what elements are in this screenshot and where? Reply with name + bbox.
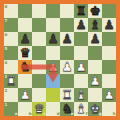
square-g3[interactable]: ♟ [88, 74, 102, 88]
square-a3[interactable]: 3♜ [4, 74, 18, 88]
square-g4[interactable] [88, 60, 102, 74]
square-e5[interactable] [60, 46, 74, 60]
square-g7[interactable]: ♝ [88, 18, 102, 32]
piece-white-pawn-d4[interactable]: ♟ [46, 60, 60, 74]
square-a6[interactable]: 6 [4, 32, 18, 46]
square-f5[interactable] [74, 46, 88, 60]
piece-black-knight-b4[interactable]: ♞ [18, 60, 32, 74]
square-b1[interactable]: b [18, 102, 32, 116]
piece-white-rook-e2[interactable]: ♜ [60, 88, 74, 102]
square-a7[interactable]: 7 [4, 18, 18, 32]
square-f2[interactable]: ♝ [74, 88, 88, 102]
piece-white-bishop-f2[interactable]: ♝ [74, 88, 88, 102]
square-g1[interactable]: g♚ [88, 102, 102, 116]
square-c4[interactable] [32, 60, 46, 74]
square-f3[interactable] [74, 74, 88, 88]
square-c8[interactable] [32, 4, 46, 18]
piece-black-bishop-g7[interactable]: ♝ [88, 18, 102, 32]
square-b8[interactable] [18, 4, 32, 18]
piece-white-rook-a3[interactable]: ♜ [4, 74, 18, 88]
square-b3[interactable] [18, 74, 32, 88]
square-c5[interactable] [32, 46, 46, 60]
piece-white-king-g1[interactable]: ♚ [88, 102, 102, 116]
piece-white-queen-c1[interactable]: ♛ [32, 102, 46, 116]
coord-rank-1: 1 [5, 103, 8, 107]
square-f6[interactable] [74, 32, 88, 46]
square-d5[interactable] [46, 46, 60, 60]
square-b5[interactable]: ♛ [18, 46, 32, 60]
coord-rank-5: 5 [5, 47, 8, 51]
square-f8[interactable]: ♜ [74, 4, 88, 18]
square-h8[interactable] [102, 4, 116, 18]
piece-black-queen-b5[interactable]: ♛ [18, 46, 32, 60]
square-e4[interactable]: ♟ [60, 60, 74, 74]
square-a5[interactable]: 5 [4, 46, 18, 60]
piece-black-pawn-f7[interactable]: ♟ [74, 18, 88, 32]
square-d3[interactable] [46, 74, 60, 88]
coord-rank-6: 6 [5, 33, 8, 37]
square-h7[interactable]: ♟ [102, 18, 116, 32]
square-h3[interactable] [102, 74, 116, 88]
square-d1[interactable]: d [46, 102, 60, 116]
coord-rank-8: 8 [5, 5, 8, 9]
piece-black-pawn-d6[interactable]: ♟ [46, 32, 60, 46]
coord-rank-7: 7 [5, 19, 8, 23]
square-g2[interactable] [88, 88, 102, 102]
square-e7[interactable] [60, 18, 74, 32]
chess-board: 8♜♚7♟♝♟6♟♟♟♟5♛4♞♟♟♟3♜♟2♟♜♝♟1abc♛de♞f♝g♚h [4, 4, 116, 116]
square-g8[interactable]: ♚ [88, 4, 102, 18]
piece-black-pawn-e6[interactable]: ♟ [60, 32, 74, 46]
square-b6[interactable]: ♟ [18, 32, 32, 46]
square-e3[interactable] [60, 74, 74, 88]
square-d6[interactable]: ♟ [46, 32, 60, 46]
piece-black-rook-f8[interactable]: ♜ [74, 4, 88, 18]
square-c6[interactable] [32, 32, 46, 46]
square-h5[interactable] [102, 46, 116, 60]
square-e1[interactable]: e♞ [60, 102, 74, 116]
square-e8[interactable] [60, 4, 74, 18]
square-c1[interactable]: c♛ [32, 102, 46, 116]
chess-app-window: 8♜♚7♟♝♟6♟♟♟♟5♛4♞♟♟♟3♜♟2♟♜♝♟1abc♛de♞f♝g♚h [0, 0, 120, 120]
square-a4[interactable]: 4 [4, 60, 18, 74]
square-g5[interactable] [88, 46, 102, 60]
coord-rank-2: 2 [5, 89, 8, 93]
piece-white-pawn-h2[interactable]: ♟ [102, 88, 116, 102]
square-b4[interactable]: ♞ [18, 60, 32, 74]
piece-white-pawn-g3[interactable]: ♟ [88, 74, 102, 88]
square-e2[interactable]: ♜ [60, 88, 74, 102]
coord-rank-4: 4 [5, 61, 8, 65]
square-d4[interactable]: ♟ [46, 60, 60, 74]
square-c7[interactable] [32, 18, 46, 32]
square-g6[interactable]: ♟ [88, 32, 102, 46]
piece-white-bishop-f1[interactable]: ♝ [74, 102, 88, 116]
piece-black-knight-e1[interactable]: ♞ [60, 102, 74, 116]
square-d7[interactable] [46, 18, 60, 32]
square-b7[interactable] [18, 18, 32, 32]
square-a1[interactable]: 1a [4, 102, 18, 116]
square-f1[interactable]: f♝ [74, 102, 88, 116]
piece-black-king-g8[interactable]: ♚ [88, 4, 102, 18]
piece-white-pawn-b2[interactable]: ♟ [18, 88, 32, 102]
square-a2[interactable]: 2 [4, 88, 18, 102]
piece-black-pawn-h7[interactable]: ♟ [102, 18, 116, 32]
square-h1[interactable]: h [102, 102, 116, 116]
square-a8[interactable]: 8 [4, 4, 18, 18]
piece-black-pawn-b6[interactable]: ♟ [18, 32, 32, 46]
square-f4[interactable]: ♟ [74, 60, 88, 74]
square-c3[interactable] [32, 74, 46, 88]
square-e6[interactable]: ♟ [60, 32, 74, 46]
square-b2[interactable]: ♟ [18, 88, 32, 102]
square-h6[interactable] [102, 32, 116, 46]
square-d8[interactable] [46, 4, 60, 18]
square-c2[interactable] [32, 88, 46, 102]
piece-white-pawn-e4[interactable]: ♟ [60, 60, 74, 74]
piece-black-pawn-g6[interactable]: ♟ [88, 32, 102, 46]
piece-white-pawn-f4[interactable]: ♟ [74, 60, 88, 74]
square-d2[interactable] [46, 88, 60, 102]
coord-file-h: h [113, 112, 116, 116]
square-f7[interactable]: ♟ [74, 18, 88, 32]
square-h2[interactable]: ♟ [102, 88, 116, 102]
square-h4[interactable] [102, 60, 116, 74]
